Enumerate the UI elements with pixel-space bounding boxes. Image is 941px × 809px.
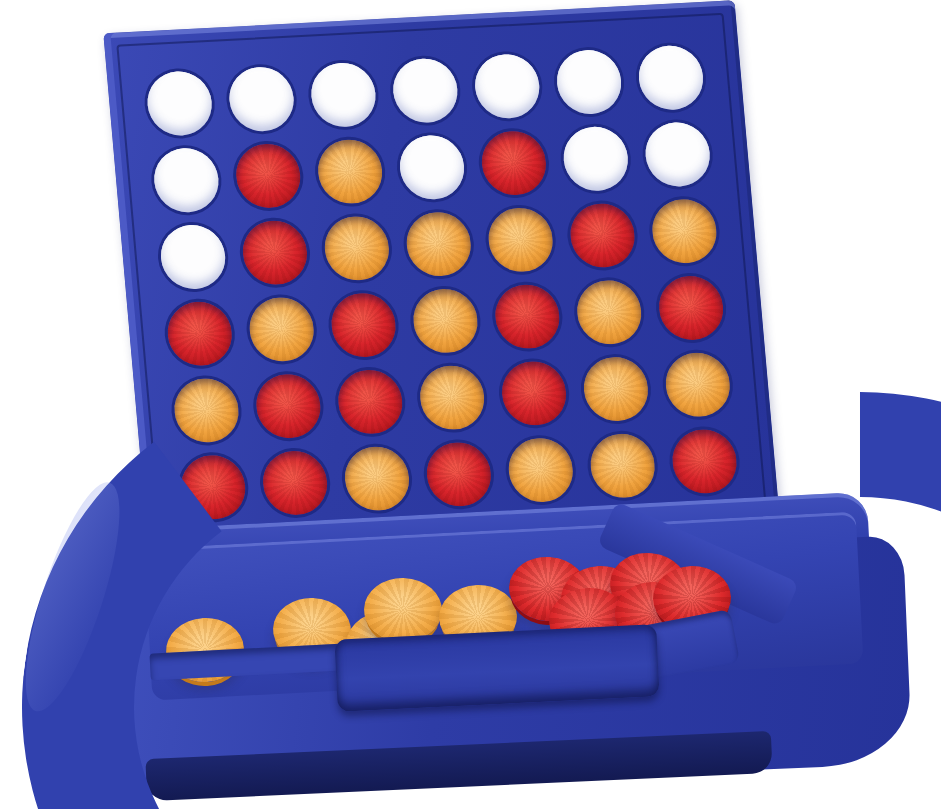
cell-r2c1-empty[interactable] bbox=[152, 147, 221, 214]
cell-r4c7-red[interactable] bbox=[656, 274, 725, 341]
cell-r1c6-empty[interactable] bbox=[554, 48, 623, 115]
cell-r2c3-orange[interactable] bbox=[315, 138, 384, 205]
cell-r5c7-orange[interactable] bbox=[663, 351, 732, 418]
cell-r1c1-empty[interactable] bbox=[145, 70, 214, 137]
cell-r1c3-empty[interactable] bbox=[309, 61, 378, 128]
cell-r3c3-orange[interactable] bbox=[322, 215, 391, 282]
cell-r4c3-red[interactable] bbox=[329, 292, 398, 359]
cell-r3c2-red[interactable] bbox=[240, 219, 309, 286]
cell-r4c4-orange[interactable] bbox=[411, 287, 480, 354]
cell-r3c1-empty[interactable] bbox=[158, 223, 227, 290]
cell-r2c7-empty[interactable] bbox=[643, 121, 712, 188]
cell-r2c6-empty[interactable] bbox=[561, 125, 630, 192]
cell-r4c1-red[interactable] bbox=[165, 300, 234, 367]
cell-r4c2-orange[interactable] bbox=[247, 296, 316, 363]
cell-r3c5-orange[interactable] bbox=[486, 206, 555, 273]
cell-r1c2-empty[interactable] bbox=[227, 66, 296, 133]
connect-four-game-photo bbox=[0, 0, 941, 809]
cell-r1c4-empty[interactable] bbox=[391, 57, 460, 124]
cell-r4c5-red[interactable] bbox=[493, 283, 562, 350]
cell-r5c6-orange[interactable] bbox=[581, 355, 650, 422]
cell-r2c2-red[interactable] bbox=[233, 142, 302, 209]
cell-r4c6-orange[interactable] bbox=[574, 279, 643, 346]
cell-r2c5-red[interactable] bbox=[479, 130, 548, 197]
cell-r1c5-empty[interactable] bbox=[472, 53, 541, 120]
cell-r1c7-empty[interactable] bbox=[636, 44, 705, 111]
cell-r3c7-orange[interactable] bbox=[650, 198, 719, 265]
cell-r3c4-orange[interactable] bbox=[404, 211, 473, 278]
cell-r2c4-empty[interactable] bbox=[397, 134, 466, 201]
cell-r3c6-red[interactable] bbox=[568, 202, 637, 269]
